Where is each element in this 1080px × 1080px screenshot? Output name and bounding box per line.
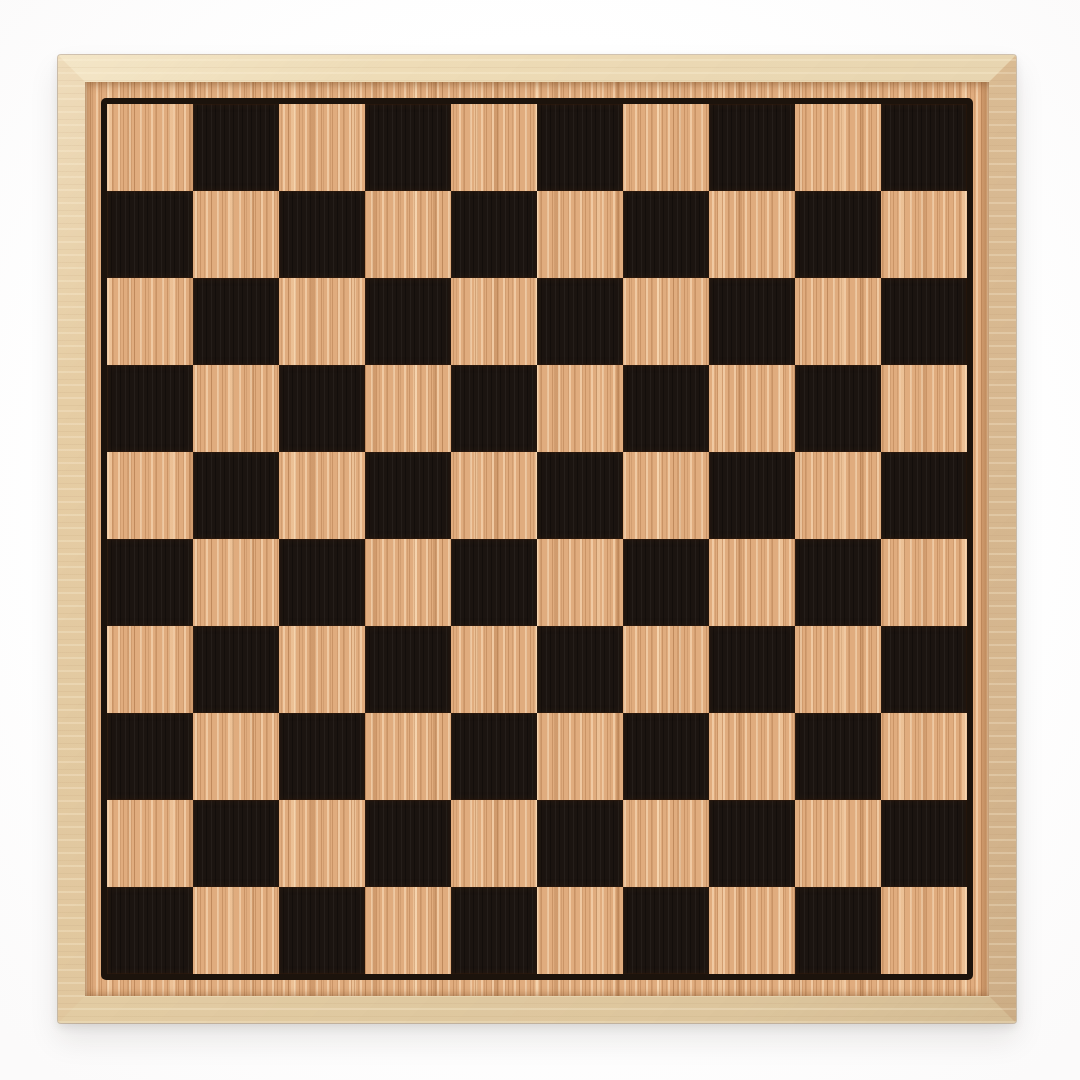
square[interactable] [795, 539, 881, 626]
square[interactable] [795, 713, 881, 800]
square[interactable] [623, 626, 709, 713]
square[interactable] [709, 452, 795, 539]
square[interactable] [623, 191, 709, 278]
square[interactable] [881, 800, 967, 887]
square[interactable] [279, 539, 365, 626]
square[interactable] [107, 365, 193, 452]
square[interactable] [365, 626, 451, 713]
square[interactable] [881, 887, 967, 974]
square[interactable] [795, 626, 881, 713]
square[interactable] [193, 539, 279, 626]
square[interactable] [365, 800, 451, 887]
square[interactable] [537, 887, 623, 974]
square[interactable] [107, 887, 193, 974]
square[interactable] [279, 104, 365, 191]
square[interactable] [881, 713, 967, 800]
square[interactable] [107, 539, 193, 626]
square[interactable] [623, 365, 709, 452]
square[interactable] [623, 104, 709, 191]
square[interactable] [365, 887, 451, 974]
square[interactable] [279, 713, 365, 800]
square[interactable] [709, 191, 795, 278]
square[interactable] [193, 713, 279, 800]
square[interactable] [623, 452, 709, 539]
square[interactable] [451, 713, 537, 800]
square[interactable] [451, 626, 537, 713]
square[interactable] [881, 365, 967, 452]
square[interactable] [193, 887, 279, 974]
square[interactable] [795, 800, 881, 887]
square[interactable] [709, 800, 795, 887]
square[interactable] [451, 539, 537, 626]
square[interactable] [279, 887, 365, 974]
square[interactable] [709, 713, 795, 800]
board-surface [85, 82, 989, 996]
square[interactable] [193, 626, 279, 713]
square[interactable] [709, 104, 795, 191]
square[interactable] [193, 104, 279, 191]
square[interactable] [279, 191, 365, 278]
square[interactable] [881, 191, 967, 278]
square[interactable] [709, 887, 795, 974]
square[interactable] [709, 539, 795, 626]
square[interactable] [193, 452, 279, 539]
square[interactable] [795, 452, 881, 539]
square[interactable] [537, 800, 623, 887]
square[interactable] [193, 278, 279, 365]
square[interactable] [537, 191, 623, 278]
square[interactable] [623, 713, 709, 800]
square[interactable] [107, 800, 193, 887]
square[interactable] [537, 626, 623, 713]
square[interactable] [537, 104, 623, 191]
square[interactable] [365, 539, 451, 626]
square[interactable] [623, 278, 709, 365]
square[interactable] [365, 713, 451, 800]
square[interactable] [709, 626, 795, 713]
square[interactable] [365, 278, 451, 365]
square[interactable] [279, 626, 365, 713]
square[interactable] [279, 365, 365, 452]
square[interactable] [623, 539, 709, 626]
square[interactable] [795, 104, 881, 191]
square[interactable] [881, 539, 967, 626]
square[interactable] [107, 104, 193, 191]
square[interactable] [107, 278, 193, 365]
square[interactable] [451, 887, 537, 974]
square[interactable] [537, 452, 623, 539]
square[interactable] [709, 365, 795, 452]
square[interactable] [107, 452, 193, 539]
square[interactable] [795, 887, 881, 974]
square[interactable] [451, 452, 537, 539]
square[interactable] [881, 278, 967, 365]
square[interactable] [107, 713, 193, 800]
square[interactable] [193, 800, 279, 887]
square[interactable] [193, 191, 279, 278]
product-photo-background [0, 0, 1080, 1080]
square[interactable] [279, 452, 365, 539]
square[interactable] [795, 365, 881, 452]
square[interactable] [365, 104, 451, 191]
board-grid [107, 104, 967, 974]
square[interactable] [365, 191, 451, 278]
grid-outline [101, 98, 973, 980]
square[interactable] [623, 887, 709, 974]
square[interactable] [537, 278, 623, 365]
square[interactable] [537, 539, 623, 626]
square[interactable] [537, 365, 623, 452]
square[interactable] [795, 191, 881, 278]
square[interactable] [279, 278, 365, 365]
square[interactable] [623, 800, 709, 887]
square[interactable] [451, 104, 537, 191]
square[interactable] [365, 452, 451, 539]
square[interactable] [881, 104, 967, 191]
square[interactable] [193, 365, 279, 452]
square[interactable] [537, 713, 623, 800]
square[interactable] [451, 800, 537, 887]
square[interactable] [451, 191, 537, 278]
square[interactable] [709, 278, 795, 365]
square[interactable] [451, 365, 537, 452]
square[interactable] [881, 626, 967, 713]
square[interactable] [365, 365, 451, 452]
square[interactable] [881, 452, 967, 539]
square[interactable] [107, 626, 193, 713]
square[interactable] [107, 191, 193, 278]
square[interactable] [279, 800, 365, 887]
square[interactable] [795, 278, 881, 365]
square[interactable] [451, 278, 537, 365]
game-board [58, 55, 1016, 1023]
